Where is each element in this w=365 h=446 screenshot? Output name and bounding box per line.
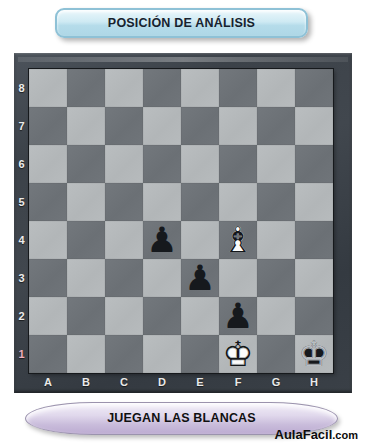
square-a8 bbox=[29, 69, 67, 107]
square-d7 bbox=[143, 107, 181, 145]
square-c8 bbox=[105, 69, 143, 107]
square-f3 bbox=[219, 259, 257, 297]
rank-label-7: 7 bbox=[14, 107, 29, 145]
square-b8 bbox=[67, 69, 105, 107]
file-label-e: E bbox=[181, 373, 219, 393]
square-b6 bbox=[67, 145, 105, 183]
square-c6 bbox=[105, 145, 143, 183]
file-label-b: B bbox=[67, 373, 105, 393]
square-b1 bbox=[67, 335, 105, 373]
rank-label-1: 1 bbox=[14, 335, 29, 373]
square-c3 bbox=[105, 259, 143, 297]
square-e3 bbox=[181, 259, 219, 297]
rank-label-2: 2 bbox=[14, 297, 29, 335]
square-f2 bbox=[219, 297, 257, 335]
square-c7 bbox=[105, 107, 143, 145]
square-d4 bbox=[143, 221, 181, 259]
square-h1 bbox=[295, 335, 333, 373]
square-d5 bbox=[143, 183, 181, 221]
square-b7 bbox=[67, 107, 105, 145]
square-h6 bbox=[295, 145, 333, 183]
rank-label-5: 5 bbox=[14, 183, 29, 221]
square-e6 bbox=[181, 145, 219, 183]
square-c2 bbox=[105, 297, 143, 335]
square-b4 bbox=[67, 221, 105, 259]
square-f7 bbox=[219, 107, 257, 145]
square-d6 bbox=[143, 145, 181, 183]
file-label-g: G bbox=[257, 373, 295, 393]
square-a5 bbox=[29, 183, 67, 221]
square-h3 bbox=[295, 259, 333, 297]
rank-labels: 87654321 bbox=[14, 69, 29, 373]
file-label-f: F bbox=[219, 373, 257, 393]
square-f6 bbox=[219, 145, 257, 183]
square-d8 bbox=[143, 69, 181, 107]
file-label-a: A bbox=[29, 373, 67, 393]
square-c4 bbox=[105, 221, 143, 259]
rank-label-4: 4 bbox=[14, 221, 29, 259]
square-g8 bbox=[257, 69, 295, 107]
square-h7 bbox=[295, 107, 333, 145]
square-a3 bbox=[29, 259, 67, 297]
watermark: AulaFacil.com bbox=[275, 427, 358, 442]
square-g6 bbox=[257, 145, 295, 183]
square-a7 bbox=[29, 107, 67, 145]
title-banner-label: POSICIÓN DE ANÁLISIS bbox=[108, 16, 255, 30]
analysis-diagram: POSICIÓN DE ANÁLISIS 87654321 ♟♝♗♟♟♚♔♚♔ … bbox=[0, 0, 365, 446]
square-c1 bbox=[105, 335, 143, 373]
square-h2 bbox=[295, 297, 333, 335]
square-c5 bbox=[105, 183, 143, 221]
square-e8 bbox=[181, 69, 219, 107]
square-h5 bbox=[295, 183, 333, 221]
square-f5 bbox=[219, 183, 257, 221]
file-labels: ABCDEFGH bbox=[29, 373, 333, 393]
square-b3 bbox=[67, 259, 105, 297]
file-label-h: H bbox=[295, 373, 333, 393]
rank-label-6: 6 bbox=[14, 145, 29, 183]
square-a4 bbox=[29, 221, 67, 259]
file-label-c: C bbox=[105, 373, 143, 393]
watermark-name: AulaFacil bbox=[275, 427, 333, 442]
square-h4 bbox=[295, 221, 333, 259]
square-d1 bbox=[143, 335, 181, 373]
square-e4 bbox=[181, 221, 219, 259]
square-a1 bbox=[29, 335, 67, 373]
title-banner: POSICIÓN DE ANÁLISIS bbox=[55, 8, 308, 38]
turn-banner-label: JUEGAN LAS BLANCAS bbox=[107, 411, 256, 425]
square-g1 bbox=[257, 335, 295, 373]
square-f1 bbox=[219, 335, 257, 373]
square-f4 bbox=[219, 221, 257, 259]
board-grid: ♟♝♗♟♟♚♔♚♔ bbox=[29, 69, 333, 373]
rank-label-3: 3 bbox=[14, 259, 29, 297]
square-g7 bbox=[257, 107, 295, 145]
square-f8 bbox=[219, 69, 257, 107]
watermark-tld: .com bbox=[332, 429, 358, 441]
square-e5 bbox=[181, 183, 219, 221]
square-a6 bbox=[29, 145, 67, 183]
square-g3 bbox=[257, 259, 295, 297]
square-a2 bbox=[29, 297, 67, 335]
square-b5 bbox=[67, 183, 105, 221]
square-e7 bbox=[181, 107, 219, 145]
square-d2 bbox=[143, 297, 181, 335]
square-e2 bbox=[181, 297, 219, 335]
square-e1 bbox=[181, 335, 219, 373]
square-b2 bbox=[67, 297, 105, 335]
square-g5 bbox=[257, 183, 295, 221]
square-g4 bbox=[257, 221, 295, 259]
chess-board: 87654321 ♟♝♗♟♟♚♔♚♔ ABCDEFGH bbox=[14, 53, 352, 393]
square-d3 bbox=[143, 259, 181, 297]
file-label-d: D bbox=[143, 373, 181, 393]
square-h8 bbox=[295, 69, 333, 107]
rank-label-8: 8 bbox=[14, 69, 29, 107]
square-g2 bbox=[257, 297, 295, 335]
